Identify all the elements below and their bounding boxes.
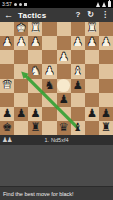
square-e6[interactable]	[42, 93, 56, 107]
page-title: Tactics	[18, 11, 46, 20]
status-bar: 3:57	[0, 0, 113, 8]
square-f3[interactable]	[28, 50, 42, 64]
square-e7[interactable]	[42, 107, 56, 121]
piece-white-pawn: ♟	[30, 37, 40, 49]
square-d7[interactable]	[57, 107, 71, 121]
square-e5[interactable]: ♞	[42, 79, 56, 93]
square-e8[interactable]	[42, 121, 56, 135]
square-a6[interactable]	[99, 93, 113, 107]
square-f6[interactable]	[28, 93, 42, 107]
piece-white-king: ♚	[16, 23, 26, 35]
piece-black-rook: ♜	[30, 122, 40, 134]
square-c1[interactable]	[71, 22, 85, 36]
square-c8[interactable]: ♝	[71, 121, 85, 135]
square-d4[interactable]	[57, 64, 71, 78]
piece-white-pawn: ♟	[87, 37, 97, 49]
square-b7[interactable]: ♟	[85, 107, 99, 121]
move-san: Nd5xf4	[51, 137, 68, 143]
piece-white-pawn: ♟	[58, 51, 68, 63]
square-g2[interactable]: ♟	[14, 36, 28, 50]
piece-white-pawn: ♟	[44, 65, 54, 77]
app-screen: 3:57 ← Tactics ? ↻ ⋮ ♚♜♜♟♟♟♟♟♟♟♞♟♝♛♞♟♟♟♟…	[0, 0, 113, 200]
piece-black-pawn: ♟	[58, 93, 68, 105]
back-button[interactable]: ←	[4, 8, 13, 22]
piece-black-pawn: ♟	[73, 79, 83, 91]
piece-white-rook: ♜	[87, 23, 97, 35]
square-h8[interactable]: ♚	[0, 121, 14, 135]
square-g3[interactable]	[14, 50, 28, 64]
piece-black-knight: ♞	[44, 79, 54, 91]
square-c6[interactable]	[71, 93, 85, 107]
app-bar: ← Tactics ? ↻ ⋮	[0, 8, 113, 22]
piece-white-pawn: ♟	[73, 37, 83, 49]
wifi-icon	[96, 2, 100, 7]
square-a3[interactable]	[99, 50, 113, 64]
piece-black-king: ♚	[2, 122, 12, 134]
square-f1[interactable]: ♜	[28, 22, 42, 36]
square-a2[interactable]: ♟	[99, 36, 113, 50]
square-b8[interactable]	[85, 121, 99, 135]
square-h6[interactable]	[0, 93, 14, 107]
app-bar-actions: ? ↻ ⋮	[75, 8, 109, 22]
square-g6[interactable]	[14, 93, 28, 107]
piece-black-queen: ♛	[58, 122, 68, 134]
square-d2[interactable]	[57, 36, 71, 50]
square-g5[interactable]	[14, 79, 28, 93]
square-h3[interactable]	[0, 50, 14, 64]
notification-icon	[24, 3, 27, 6]
square-h2[interactable]: ♟	[0, 36, 14, 50]
square-b3[interactable]	[85, 50, 99, 64]
piece-white-pawn: ♟	[2, 37, 12, 49]
overflow-menu-icon[interactable]: ⋮	[101, 8, 109, 22]
piece-white-pawn: ♟	[16, 37, 26, 49]
clock: 3:57	[2, 0, 12, 8]
square-a1[interactable]	[99, 22, 113, 36]
square-h1[interactable]	[0, 22, 14, 36]
piece-white-rook: ♜	[30, 23, 40, 35]
square-f4[interactable]: ♞	[28, 64, 42, 78]
square-d6[interactable]: ♟	[57, 93, 71, 107]
square-a8[interactable]: ♜	[99, 121, 113, 135]
square-f8[interactable]: ♜	[28, 121, 42, 135]
puzzle-prompt-text: Find the best move for black!	[3, 191, 74, 197]
square-d1[interactable]	[57, 22, 71, 36]
square-h5[interactable]: ♛	[0, 79, 14, 93]
square-e1[interactable]	[42, 22, 56, 36]
square-g1[interactable]: ♚	[14, 22, 28, 36]
square-g7[interactable]: ♟	[14, 107, 28, 121]
move-number: 1.	[44, 137, 49, 143]
square-c3[interactable]	[71, 50, 85, 64]
square-d8[interactable]: ♛	[57, 121, 71, 135]
notification-icon	[14, 3, 17, 6]
square-b2[interactable]: ♟	[85, 36, 99, 50]
piece-black-pawn: ♟	[30, 108, 40, 120]
highlight-circle-d5	[57, 79, 70, 92]
piece-black-pawn: ♟	[101, 108, 111, 120]
square-g8[interactable]	[14, 121, 28, 135]
retry-icon[interactable]: ↻	[87, 8, 94, 22]
square-e4[interactable]: ♟	[42, 64, 56, 78]
move-list-bar: ♟♟ 1. Nd5xf4	[0, 135, 113, 145]
square-b6[interactable]	[85, 93, 99, 107]
square-d3[interactable]: ♟	[57, 50, 71, 64]
square-c7[interactable]	[71, 107, 85, 121]
square-a4[interactable]	[99, 64, 113, 78]
square-b1[interactable]: ♜	[85, 22, 99, 36]
square-c4[interactable]: ♝	[71, 64, 85, 78]
piece-black-pawn: ♟	[2, 108, 12, 120]
notification-icon	[19, 3, 22, 6]
piece-black-bishop: ♝	[73, 122, 83, 134]
square-e3[interactable]	[42, 50, 56, 64]
piece-white-queen: ♛	[2, 79, 12, 91]
piece-white-pawn: ♟	[101, 37, 111, 49]
square-f5[interactable]	[28, 79, 42, 93]
cell-signal-icon	[102, 2, 106, 7]
piece-black-pawn: ♟	[16, 108, 26, 120]
piece-white-knight: ♞	[30, 65, 40, 77]
square-h7[interactable]: ♟	[0, 107, 14, 121]
square-c5[interactable]: ♟	[71, 79, 85, 93]
piece-black-pawn: ♟	[87, 108, 97, 120]
background	[0, 145, 113, 186]
piece-white-bishop: ♝	[73, 65, 83, 77]
square-f7[interactable]: ♟	[28, 107, 42, 121]
square-c2[interactable]: ♟	[71, 36, 85, 50]
last-move: 1. Nd5xf4	[44, 137, 68, 143]
captured-pieces: ♟♟	[2, 135, 12, 145]
square-e2[interactable]	[42, 36, 56, 50]
chess-board[interactable]: ♚♜♜♟♟♟♟♟♟♟♞♟♝♛♞♟♟♟♟♟♟♟♚♜♛♝♜	[0, 22, 113, 135]
battery-icon	[108, 1, 111, 7]
square-b5[interactable]	[85, 79, 99, 93]
help-icon[interactable]: ?	[75, 8, 80, 22]
square-f2[interactable]: ♟	[28, 36, 42, 50]
piece-black-rook: ♜	[101, 122, 111, 134]
square-a5[interactable]	[99, 79, 113, 93]
puzzle-prompt: Find the best move for black!	[0, 186, 113, 200]
square-g4[interactable]	[14, 64, 28, 78]
square-h4[interactable]	[0, 64, 14, 78]
square-a7[interactable]: ♟	[99, 107, 113, 121]
square-b4[interactable]	[85, 64, 99, 78]
